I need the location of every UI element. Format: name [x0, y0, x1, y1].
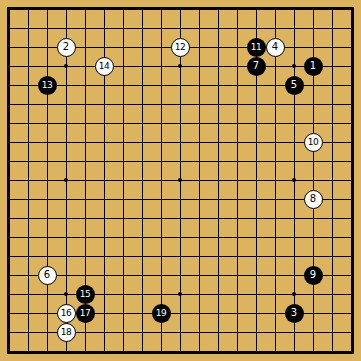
black-stone-9: 9 — [304, 266, 323, 285]
black-stone-13: 13 — [38, 76, 57, 95]
grid-line-horizontal — [9, 237, 352, 238]
white-stone-10: 10 — [304, 133, 323, 152]
grid-line-vertical — [199, 9, 200, 352]
star-point — [178, 64, 182, 68]
white-stone-8: 8 — [304, 190, 323, 209]
star-point — [64, 178, 68, 182]
white-stone-2: 2 — [57, 38, 76, 57]
star-point — [178, 292, 182, 296]
grid-line-horizontal — [9, 256, 352, 257]
grid-line-vertical — [218, 9, 219, 352]
black-stone-7: 7 — [247, 57, 266, 76]
grid-line-horizontal — [9, 199, 352, 200]
grid-line-vertical — [351, 9, 352, 352]
star-point — [292, 64, 296, 68]
star-point — [178, 178, 182, 182]
white-stone-12: 12 — [171, 38, 190, 57]
black-stone-3: 3 — [285, 304, 304, 323]
star-point — [64, 292, 68, 296]
white-stone-18: 18 — [57, 323, 76, 342]
white-stone-4: 4 — [266, 38, 285, 57]
go-board: 12345678910111213141516171819 — [0, 0, 361, 361]
star-point — [292, 178, 296, 182]
black-stone-1: 1 — [304, 57, 323, 76]
grid-line-horizontal — [9, 351, 352, 352]
grid-line-horizontal — [9, 275, 352, 276]
black-stone-17: 17 — [76, 304, 95, 323]
black-stone-19: 19 — [152, 304, 171, 323]
star-point — [64, 64, 68, 68]
white-stone-14: 14 — [95, 57, 114, 76]
black-stone-15: 15 — [76, 285, 95, 304]
white-stone-6: 6 — [38, 266, 57, 285]
grid-line-vertical — [332, 9, 333, 352]
black-stone-11: 11 — [247, 38, 266, 57]
black-stone-5: 5 — [285, 76, 304, 95]
grid-line-horizontal — [9, 218, 352, 219]
grid-line-vertical — [275, 9, 276, 352]
white-stone-16: 16 — [57, 304, 76, 323]
star-point — [292, 292, 296, 296]
grid-line-vertical — [237, 9, 238, 352]
